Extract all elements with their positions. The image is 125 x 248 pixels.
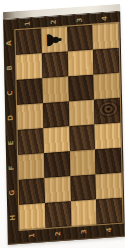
square-F4 [95, 148, 121, 175]
coord-bottom-1: 1 [26, 222, 40, 248]
printed-pawn-icon: ♟ [42, 26, 68, 53]
photo-background: 11223344ABCDEFGH♟ [0, 0, 125, 248]
square-C3 [68, 75, 94, 102]
square-C2 [42, 76, 68, 103]
coord-left-H: H [1, 211, 26, 225]
square-B2 [42, 51, 68, 78]
coord-bottom-4: 4 [103, 217, 117, 244]
coord-left-C: C [0, 86, 23, 100]
square-G3 [70, 175, 96, 202]
board-frame: 11223344ABCDEFGH♟ [3, 12, 125, 245]
coord-top-4: 4 [100, 5, 112, 31]
square-B4 [93, 48, 119, 75]
square-D2 [43, 101, 69, 128]
square-C4 [94, 73, 120, 100]
square-B3 [67, 50, 93, 77]
coord-left-A: A [0, 36, 22, 50]
coord-left-B: B [0, 61, 23, 75]
coord-bottom-3: 3 [77, 219, 91, 246]
coord-top-1: 1 [22, 11, 34, 37]
square-D3 [68, 100, 94, 127]
square-E3 [69, 125, 95, 152]
coord-left-E: E [0, 136, 24, 150]
coord-left-D: D [0, 111, 24, 125]
square-F3 [70, 150, 96, 177]
coord-left-G: G [0, 186, 25, 200]
coord-bottom-2: 2 [52, 220, 66, 247]
square-E4 [95, 123, 121, 150]
square-G4 [96, 173, 122, 200]
square-E2 [43, 126, 69, 153]
square-F2 [44, 151, 70, 178]
chess-board: 11223344ABCDEFGH♟ [3, 4, 125, 245]
coord-left-F: F [0, 161, 25, 175]
square-A2: ♟ [41, 27, 67, 54]
square-D4 [94, 98, 120, 125]
square-G2 [44, 176, 70, 203]
coord-top-3: 3 [74, 7, 86, 33]
